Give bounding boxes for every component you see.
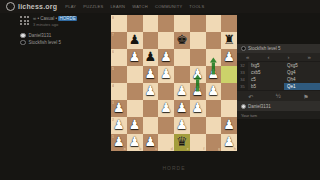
move-white-35[interactable]: b5: [248, 83, 284, 90]
square-a4[interactable]: 4: [111, 83, 127, 100]
white-player-name: Daniel3131: [29, 32, 52, 39]
square-d4[interactable]: [158, 83, 174, 100]
square-e3[interactable]: ♟: [174, 100, 190, 117]
black-pawn-c6[interactable]: ♟: [143, 49, 159, 66]
main-nav: PlayPuzzlesLearnWatchCommunityTools: [65, 4, 204, 9]
square-b8[interactable]: [127, 15, 143, 32]
square-e1[interactable]: ♛e: [174, 134, 190, 151]
black-king-e7[interactable]: ♚: [174, 32, 190, 49]
white-pawn-d3[interactable]: ♟: [158, 100, 174, 117]
square-e6[interactable]: [174, 49, 190, 66]
square-d7[interactable]: [158, 32, 174, 49]
square-c4[interactable]: ♟: [143, 83, 159, 100]
square-d1[interactable]: d: [158, 134, 174, 151]
player-color-icon: [241, 104, 246, 109]
square-d2[interactable]: [158, 117, 174, 134]
square-d8[interactable]: [158, 15, 174, 32]
square-b1[interactable]: ♟b: [127, 134, 143, 151]
turn-status-text: Your turn: [241, 113, 257, 118]
nav-item-community[interactable]: Community: [155, 4, 182, 9]
square-b4[interactable]: [127, 83, 143, 100]
file-label-f: f: [203, 147, 204, 151]
square-g7[interactable]: [206, 32, 222, 49]
square-a8[interactable]: 8: [111, 15, 127, 32]
rank-label-5: 5: [112, 67, 114, 71]
black-rook-h7[interactable]: ♜: [221, 32, 237, 49]
nav-item-watch[interactable]: Watch: [132, 4, 148, 9]
square-e5[interactable]: [174, 66, 190, 83]
move-number: 32: [237, 62, 248, 69]
white-pawn-c4[interactable]: ♟: [143, 83, 159, 100]
file-label-c: c: [155, 147, 157, 151]
square-h4[interactable]: [221, 83, 237, 100]
square-f3[interactable]: ♟: [190, 100, 206, 117]
square-a1[interactable]: ♟a1: [111, 134, 127, 151]
player-name: Daniel3131: [248, 104, 271, 109]
square-e2[interactable]: ♟: [174, 117, 190, 134]
rank-label-1: 1: [112, 135, 114, 139]
file-label-h: h: [234, 147, 236, 151]
square-b6[interactable]: ♟: [127, 49, 143, 66]
white-pawn-e3[interactable]: ♟: [174, 100, 190, 117]
move-black-33[interactable]: Qg4: [284, 69, 320, 76]
square-a6[interactable]: 6: [111, 49, 127, 66]
move-nav-first-button[interactable]: «: [246, 53, 249, 61]
move-number: 35: [237, 83, 248, 90]
square-a5[interactable]: 5: [111, 66, 127, 83]
white-pawn-f4[interactable]: ♟: [190, 83, 206, 100]
lichess-logo-icon: [6, 2, 15, 11]
square-h7[interactable]: ♜: [221, 32, 237, 49]
square-f5[interactable]: ♟: [190, 66, 206, 83]
square-d5[interactable]: ♟: [158, 66, 174, 83]
file-label-d: d: [171, 147, 173, 151]
square-c1[interactable]: ♟c: [143, 134, 159, 151]
nav-item-puzzles[interactable]: Puzzles: [83, 4, 103, 9]
white-pawn-h6[interactable]: ♟: [221, 49, 237, 66]
file-label-a: a: [124, 147, 126, 151]
variant-link[interactable]: HORDE: [58, 16, 76, 21]
site-title: lichess.org: [18, 3, 57, 10]
square-e7[interactable]: ♚: [174, 32, 190, 49]
square-c5[interactable]: ♟: [143, 66, 159, 83]
white-pawn-g4[interactable]: ♟: [206, 83, 222, 100]
square-f6[interactable]: [190, 49, 206, 66]
rank-label-7: 7: [112, 33, 114, 37]
nav-item-tools[interactable]: Tools: [189, 4, 204, 9]
lichess-game-page: lichess.org PlayPuzzlesLearnWatchCommuni…: [0, 0, 320, 180]
variant-watermark: HORDE: [111, 165, 237, 171]
draw-offer-button[interactable]: ½: [276, 93, 281, 99]
square-g5[interactable]: ♟: [206, 66, 222, 83]
black-color-icon: [20, 40, 26, 46]
nav-item-play[interactable]: Play: [65, 4, 76, 9]
square-g3[interactable]: [206, 100, 222, 117]
move-white-34[interactable]: c5: [248, 76, 284, 83]
square-g1[interactable]: g: [206, 134, 222, 151]
white-pawn-d5[interactable]: ♟: [158, 66, 174, 83]
game-meta-card: ∞ • Casual • HORDE 3 minutes ago Daniel3…: [20, 16, 106, 46]
square-e4[interactable]: ♟: [174, 83, 190, 100]
opponent-row: Stockfish level 5: [237, 44, 320, 53]
resign-button[interactable]: ⚑: [303, 93, 308, 100]
file-label-e: e: [187, 147, 189, 151]
square-f4[interactable]: ♟: [190, 83, 206, 100]
white-pawn-b6[interactable]: ♟: [127, 49, 143, 66]
move-white-33[interactable]: cxb5: [248, 69, 284, 76]
square-h3[interactable]: [221, 100, 237, 117]
square-f2[interactable]: [190, 117, 206, 134]
game-timestamp: 3 minutes ago: [33, 22, 77, 27]
lichess-logo[interactable]: lichess.org: [6, 2, 57, 11]
takeback-button[interactable]: ↶: [248, 93, 253, 100]
square-d3[interactable]: ♟: [158, 100, 174, 117]
rank-label-8: 8: [112, 16, 114, 20]
square-a3[interactable]: ♟3: [111, 100, 127, 117]
square-g2[interactable]: [206, 117, 222, 134]
white-pawn-h2[interactable]: ♟: [221, 117, 237, 134]
rank-label-6: 6: [112, 50, 114, 54]
square-b3[interactable]: [127, 100, 143, 117]
square-f1[interactable]: f: [190, 134, 206, 151]
square-h8[interactable]: [221, 15, 237, 32]
square-f8[interactable]: [190, 15, 206, 32]
white-color-icon: [20, 33, 26, 39]
square-e8[interactable]: [174, 15, 190, 32]
white-pawn-b2[interactable]: ♟: [127, 117, 143, 134]
square-d6[interactable]: ♟: [158, 49, 174, 66]
rank-label-4: 4: [112, 84, 114, 88]
square-c2[interactable]: [143, 117, 159, 134]
white-pawn-d6[interactable]: ♟: [158, 49, 174, 66]
move-black-35[interactable]: Qe1: [284, 83, 320, 90]
white-pawn-c5[interactable]: ♟: [143, 66, 159, 83]
square-h6[interactable]: ♟: [221, 49, 237, 66]
white-pawn-g5[interactable]: ♟: [206, 66, 222, 83]
move-black-32[interactable]: Qxg5: [284, 62, 320, 69]
rank-label-3: 3: [112, 101, 114, 105]
mini-board-icon: [20, 16, 29, 25]
white-pawn-f5[interactable]: ♟: [190, 66, 206, 83]
square-b5[interactable]: [127, 66, 143, 83]
move-nav-prev-button[interactable]: ‹: [267, 53, 269, 61]
game-actions-row: ↶½⚑: [237, 90, 320, 101]
square-g8[interactable]: [206, 15, 222, 32]
rank-label-2: 2: [112, 118, 114, 122]
nav-item-learn[interactable]: Learn: [110, 4, 125, 9]
player-row: Daniel3131: [237, 101, 320, 111]
square-c8[interactable]: [143, 15, 159, 32]
opponent-color-icon: [241, 46, 246, 51]
square-c3[interactable]: [143, 100, 159, 117]
square-a2[interactable]: ♟2: [111, 117, 127, 134]
square-g4[interactable]: ♟: [206, 83, 222, 100]
game-side-panel: Stockfish level 5 «‹›» 32fxg5Qxg533cxb5Q…: [237, 44, 320, 119]
move-list: 32fxg5Qxg533cxb5Qg434c5Qh435b5Qe1: [237, 62, 320, 90]
square-h2[interactable]: ♟: [221, 117, 237, 134]
move-nav-next-button[interactable]: ›: [288, 53, 290, 61]
black-pawn-b7[interactable]: ♟: [127, 32, 143, 49]
turn-status-row: Your turn: [237, 111, 320, 119]
chess-board[interactable]: 87♟♚♜6♟♟♟♟5♟♟♟♟4♟♟♟♟♟3♟♟♟♟2♟♟♟♟a1♟b♟cd♛e…: [111, 15, 237, 151]
game-mode-text: ∞ • Casual •: [33, 16, 57, 21]
move-number: 34: [237, 76, 248, 83]
square-g6[interactable]: [206, 49, 222, 66]
move-number: 33: [237, 69, 248, 76]
square-c6[interactable]: ♟: [143, 49, 159, 66]
square-c7[interactable]: [143, 32, 159, 49]
move-black-34[interactable]: Qh4: [284, 76, 320, 83]
top-navbar: lichess.org PlayPuzzlesLearnWatchCommuni…: [0, 0, 320, 13]
square-h1[interactable]: ♟h: [221, 134, 237, 151]
white-pawn-f3[interactable]: ♟: [190, 100, 206, 117]
square-b7[interactable]: ♟: [127, 32, 143, 49]
square-a7[interactable]: 7: [111, 32, 127, 49]
square-f7[interactable]: [190, 32, 206, 49]
white-pawn-e4[interactable]: ♟: [174, 83, 190, 100]
file-label-g: g: [218, 147, 220, 151]
meta-white-player[interactable]: Daniel3131: [20, 32, 106, 39]
opponent-name: Stockfish level 5: [248, 46, 281, 51]
white-pawn-e2[interactable]: ♟: [174, 117, 190, 134]
move-nav-row: «‹›»: [237, 53, 320, 62]
move-white-32[interactable]: fxg5: [248, 62, 284, 69]
black-player-name: Stockfish level 5: [29, 39, 62, 46]
move-nav-last-button[interactable]: »: [308, 53, 311, 61]
meta-black-player[interactable]: Stockfish level 5: [20, 39, 106, 46]
square-h5[interactable]: [221, 66, 237, 83]
file-label-b: b: [139, 147, 141, 151]
square-b2[interactable]: ♟: [127, 117, 143, 134]
